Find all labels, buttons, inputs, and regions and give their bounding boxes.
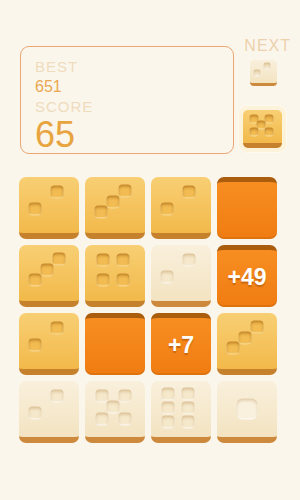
die-pip <box>119 185 132 198</box>
score-value: 65 <box>35 116 233 154</box>
die-pip <box>118 413 131 426</box>
tile-r4c4[interactable] <box>217 381 277 443</box>
die-pip <box>29 274 42 287</box>
die-pip <box>97 273 110 286</box>
bonus-value: +49 <box>217 264 277 291</box>
die-pip <box>251 321 264 334</box>
tile-r1c1[interactable] <box>19 177 79 239</box>
next-tile-current <box>238 105 287 153</box>
tile-r4c3[interactable] <box>151 381 211 443</box>
score-panel: BEST 651 SCORE 65 <box>20 46 234 154</box>
die-pip <box>97 254 110 267</box>
game-screen: BEST 651 SCORE 65 NEXT +49+7 <box>0 0 300 500</box>
die-pip <box>118 389 131 402</box>
die-pip <box>254 70 261 77</box>
die-pip <box>28 406 41 419</box>
die-pip <box>95 206 108 219</box>
tile-r2c3[interactable] <box>151 245 211 307</box>
tile-r4c1[interactable] <box>19 381 79 443</box>
game-board: +49+7 <box>19 177 277 443</box>
tile-r2c4[interactable]: +49 <box>217 245 277 307</box>
die-pip <box>264 128 273 137</box>
die-pip <box>237 399 258 420</box>
tile-r1c4[interactable] <box>217 177 277 239</box>
bonus-value: +7 <box>151 332 211 359</box>
die-pip <box>160 202 173 215</box>
die-pip <box>117 254 130 267</box>
tile-r1c2[interactable] <box>85 177 145 239</box>
die-pip <box>181 401 194 414</box>
die-pip <box>264 63 271 70</box>
die-pip <box>227 342 240 355</box>
die-pip <box>181 415 194 428</box>
die-pip <box>249 128 258 137</box>
die-pip <box>182 186 195 199</box>
best-value: 651 <box>35 77 233 98</box>
tile-r3c4[interactable] <box>217 313 277 375</box>
die-pip <box>50 322 63 335</box>
die-pip <box>50 390 63 403</box>
die-pip <box>41 263 54 276</box>
tile-r2c1[interactable] <box>19 245 79 307</box>
die-pip <box>107 400 120 413</box>
die-pip <box>50 186 63 199</box>
tile-r3c3[interactable]: +7 <box>151 313 211 375</box>
die-pip <box>160 270 173 283</box>
die-pip <box>53 253 66 266</box>
die-pip <box>28 338 41 351</box>
best-label: BEST <box>35 58 233 77</box>
die-pip <box>95 413 108 426</box>
next-upcoming-die <box>250 60 277 86</box>
next-tile-upcoming <box>250 60 277 86</box>
tile-r2c2[interactable] <box>85 245 145 307</box>
tile-r4c2[interactable] <box>85 381 145 443</box>
die-pip <box>162 415 175 428</box>
next-current-die <box>243 110 282 148</box>
die-pip <box>117 273 130 286</box>
tile-r3c2[interactable] <box>85 313 145 375</box>
die-pip <box>239 331 252 344</box>
die-pip <box>162 401 175 414</box>
next-label: NEXT <box>244 37 291 55</box>
die-pip <box>107 195 120 208</box>
die-pip <box>28 202 41 215</box>
die-pip <box>162 387 175 400</box>
tile-r1c3[interactable] <box>151 177 211 239</box>
die-pip <box>181 387 194 400</box>
die-pip <box>95 389 108 402</box>
tile-r3c1[interactable] <box>19 313 79 375</box>
die-pip <box>182 254 195 267</box>
